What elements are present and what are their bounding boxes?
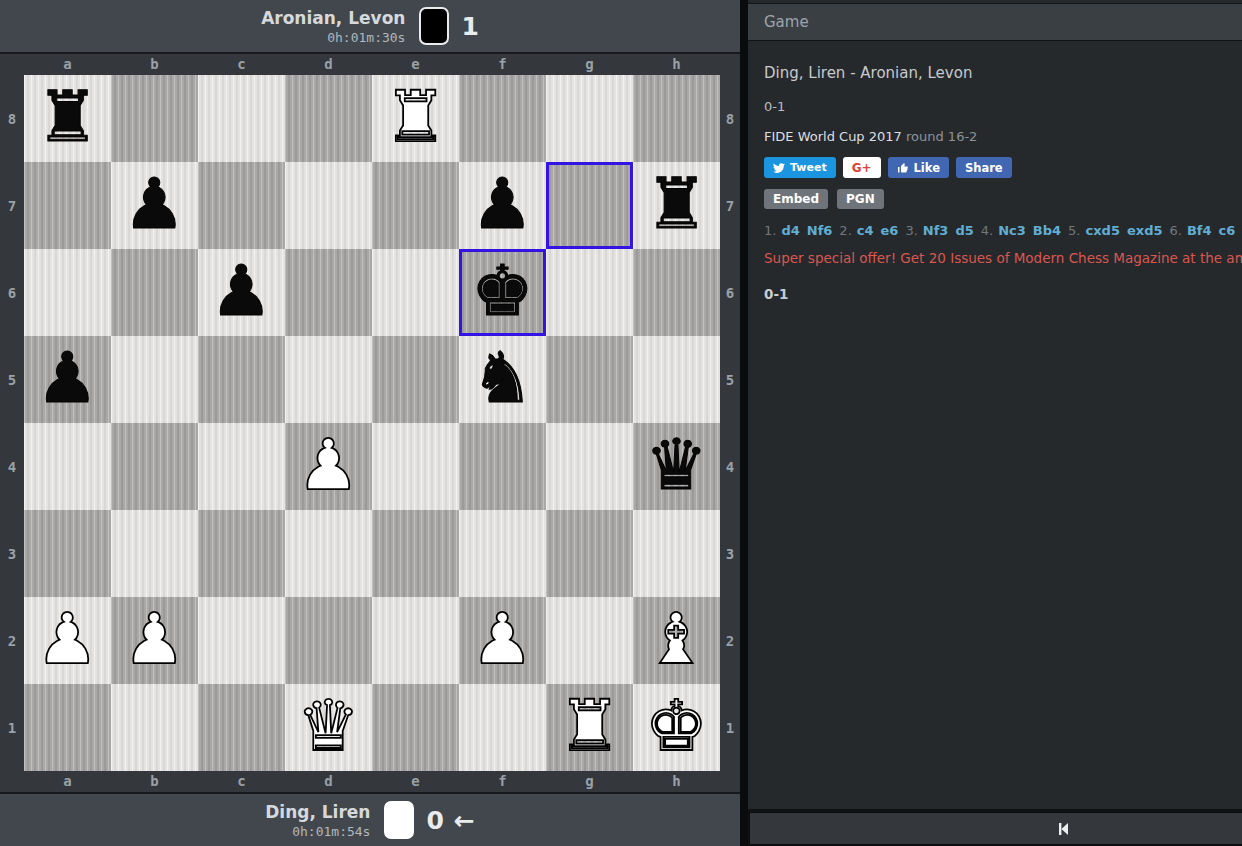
- bottom-player-name: Ding, Liren: [265, 802, 370, 822]
- file-label-d: d: [285, 54, 372, 75]
- square-g1[interactable]: ♜: [546, 684, 633, 771]
- move-number: 1.: [764, 223, 776, 238]
- white-color-indicator: [384, 801, 414, 839]
- file-label-f: f: [459, 54, 546, 75]
- square-c3[interactable]: [198, 510, 285, 597]
- square-c1[interactable]: [198, 684, 285, 771]
- action-buttons: Embed PGN: [764, 189, 1242, 209]
- share-button[interactable]: Share: [956, 157, 1012, 178]
- file-label-c: c: [198, 771, 285, 792]
- file-label-c: c: [198, 54, 285, 75]
- file-label-b: b: [111, 54, 198, 75]
- game-panel: Game Ding, Liren - Aronian, Levon 0-1 FI…: [748, 0, 1242, 846]
- square-d7[interactable]: [285, 162, 372, 249]
- white-king: ♚: [633, 684, 720, 768]
- square-a2[interactable]: ♟: [24, 597, 111, 684]
- move-token[interactable]: Nf6: [807, 223, 833, 238]
- rank-label-8: 8: [0, 75, 24, 162]
- bottom-player-info: Ding, Liren 0h:01m:54s: [265, 802, 370, 839]
- black-rook: ♜: [633, 162, 720, 246]
- square-a6[interactable]: [24, 249, 111, 336]
- black-rook: ♜: [24, 75, 111, 159]
- square-g2[interactable]: [546, 597, 633, 684]
- square-d5[interactable]: [285, 336, 372, 423]
- move-number: 4.: [981, 223, 993, 238]
- square-c2[interactable]: [198, 597, 285, 684]
- file-label-e: e: [372, 771, 459, 792]
- rank-labels-right: 87654321: [720, 75, 740, 771]
- square-f3[interactable]: [459, 510, 546, 597]
- rank-label-2: 2: [720, 597, 740, 684]
- rank-label-5: 5: [720, 336, 740, 423]
- facebook-like-button[interactable]: Like: [888, 157, 949, 178]
- rank-label-1: 1: [0, 684, 24, 771]
- event-line: FIDE World Cup 2017 round 16-2: [764, 129, 1242, 144]
- panel-body: Ding, Liren - Aronian, Levon 0-1 FIDE Wo…: [748, 41, 1242, 809]
- file-label-b: b: [111, 771, 198, 792]
- square-e7[interactable]: [372, 162, 459, 249]
- move-list: 1.d4Nf62.c4e63.Nf3d54.Nc3Bb45.cxd5exd56.…: [764, 221, 1242, 241]
- square-g7[interactable]: [546, 162, 633, 249]
- move-number: 5.: [1068, 223, 1080, 238]
- square-h8[interactable]: [633, 75, 720, 162]
- thumb-up-icon: [897, 162, 909, 174]
- file-label-a: a: [24, 771, 111, 792]
- square-e8[interactable]: ♜: [372, 75, 459, 162]
- black-pawn: ♟: [198, 249, 285, 333]
- tweet-button[interactable]: Tweet: [764, 157, 836, 178]
- file-label-h: h: [633, 54, 720, 75]
- panel-divider: [740, 0, 748, 846]
- square-b5[interactable]: [111, 336, 198, 423]
- black-color-indicator: [419, 7, 449, 45]
- square-g4[interactable]: [546, 423, 633, 510]
- square-b6[interactable]: [111, 249, 198, 336]
- square-a8[interactable]: ♜: [24, 75, 111, 162]
- white-rook: ♜: [372, 75, 459, 159]
- square-b2[interactable]: ♟: [111, 597, 198, 684]
- bottom-player-bar: Ding, Liren 0h:01m:54s 0 ←: [0, 792, 740, 846]
- square-h5[interactable]: [633, 336, 720, 423]
- square-h1[interactable]: ♚: [633, 684, 720, 771]
- file-label-h: h: [633, 771, 720, 792]
- square-b3[interactable]: [111, 510, 198, 597]
- square-b8[interactable]: [111, 75, 198, 162]
- move-token[interactable]: exd5: [1127, 223, 1163, 238]
- chess-app: Aronian, Levon 0h:01m:30s 1 abcdefgh 876…: [0, 0, 1242, 846]
- move-token[interactable]: c6: [1219, 223, 1236, 238]
- square-b4[interactable]: [111, 423, 198, 510]
- square-b1[interactable]: [111, 684, 198, 771]
- file-labels-top: abcdefgh: [0, 54, 740, 75]
- square-d6[interactable]: [285, 249, 372, 336]
- rank-label-8: 8: [720, 75, 740, 162]
- square-e2[interactable]: [372, 597, 459, 684]
- rank-label-1: 1: [720, 684, 740, 771]
- white-rook: ♜: [546, 684, 633, 768]
- square-d3[interactable]: [285, 510, 372, 597]
- move-token[interactable]: d5: [955, 223, 973, 238]
- move-number: 3.: [905, 223, 917, 238]
- black-king: ♚: [459, 249, 546, 333]
- board-middle: 87654321 ♜♜♟♟♜♟♚♟♞♟♛♟♟♟♝♛♜♚ 87654321: [0, 75, 740, 771]
- square-d8[interactable]: [285, 75, 372, 162]
- move-token[interactable]: Nc3: [998, 223, 1026, 238]
- board-column: Aronian, Levon 0h:01m:30s 1 abcdefgh 876…: [0, 0, 740, 846]
- top-player-info: Aronian, Levon 0h:01m:30s: [261, 8, 405, 45]
- move-token[interactable]: Nf3: [923, 223, 949, 238]
- black-pawn: ♟: [24, 336, 111, 420]
- move-token[interactable]: cxd5: [1085, 223, 1119, 238]
- square-a3[interactable]: [24, 510, 111, 597]
- file-labels-bottom: abcdefgh: [0, 771, 740, 792]
- square-d2[interactable]: [285, 597, 372, 684]
- square-e6[interactable]: [372, 249, 459, 336]
- square-e4[interactable]: [372, 423, 459, 510]
- rank-labels-left: 87654321: [0, 75, 24, 771]
- file-label-g: g: [546, 54, 633, 75]
- rank-label-3: 3: [0, 510, 24, 597]
- square-e1[interactable]: [372, 684, 459, 771]
- pgn-button[interactable]: PGN: [837, 189, 884, 209]
- file-label-g: g: [546, 771, 633, 792]
- square-c8[interactable]: [198, 75, 285, 162]
- move-number: 6.: [1170, 223, 1182, 238]
- rank-label-7: 7: [0, 162, 24, 249]
- game-result: 0-1: [764, 99, 1242, 114]
- square-f1[interactable]: [459, 684, 546, 771]
- rank-label-4: 4: [0, 423, 24, 510]
- skip-to-start-icon: [1055, 821, 1071, 837]
- event-round: round 16-2: [906, 129, 977, 144]
- event-name: FIDE World Cup 2017: [764, 129, 902, 144]
- square-c4[interactable]: [198, 423, 285, 510]
- final-result: 0-1: [764, 286, 1242, 302]
- square-g8[interactable]: [546, 75, 633, 162]
- square-f6[interactable]: ♚: [459, 249, 546, 336]
- rank-label-4: 4: [720, 423, 740, 510]
- embed-button[interactable]: Embed: [764, 189, 828, 209]
- rank-label-6: 6: [0, 249, 24, 336]
- square-c6[interactable]: ♟: [198, 249, 285, 336]
- square-b7[interactable]: ♟: [111, 162, 198, 249]
- rank-label-5: 5: [0, 336, 24, 423]
- go-to-start-button[interactable]: [749, 812, 1242, 845]
- white-bishop: ♝: [633, 597, 720, 681]
- move-token[interactable]: Bf4: [1187, 223, 1212, 238]
- square-h6[interactable]: [633, 249, 720, 336]
- bottom-player-score: 0: [426, 806, 443, 835]
- square-e5[interactable]: [372, 336, 459, 423]
- square-f2[interactable]: ♟: [459, 597, 546, 684]
- advertisement: Super special offer! Get 20 Issues of Mo…: [764, 248, 1242, 268]
- square-d1[interactable]: ♛: [285, 684, 372, 771]
- square-f8[interactable]: [459, 75, 546, 162]
- white-pawn: ♟: [459, 597, 546, 681]
- square-g6[interactable]: [546, 249, 633, 336]
- top-player-clock: 0h:01m:30s: [327, 30, 405, 45]
- white-pawn: ♟: [111, 597, 198, 681]
- twitter-bird-icon: [773, 162, 785, 174]
- file-label-e: e: [372, 54, 459, 75]
- file-label-a: a: [24, 54, 111, 75]
- social-buttons: Tweet G+ Like Share: [764, 157, 1242, 178]
- top-player-bar: Aronian, Levon 0h:01m:30s 1: [0, 0, 740, 54]
- game-title: Ding, Liren - Aronian, Levon: [764, 64, 1242, 82]
- square-f7[interactable]: ♟: [459, 162, 546, 249]
- black-queen: ♛: [633, 423, 720, 507]
- rank-label-2: 2: [0, 597, 24, 684]
- ad-text: Super special offer! Get 20 Issues of Mo…: [764, 250, 1242, 266]
- square-a7[interactable]: [24, 162, 111, 249]
- black-pawn: ♟: [111, 162, 198, 246]
- chess-board: ♜♜♟♟♜♟♚♟♞♟♛♟♟♟♝♛♜♚: [24, 75, 720, 771]
- move-token[interactable]: d4: [781, 223, 799, 238]
- like-label: Like: [914, 161, 940, 175]
- move-navigation: [748, 809, 1242, 846]
- square-c7[interactable]: [198, 162, 285, 249]
- white-queen: ♛: [285, 684, 372, 768]
- square-e3[interactable]: [372, 510, 459, 597]
- square-a5[interactable]: ♟: [24, 336, 111, 423]
- square-g3[interactable]: [546, 510, 633, 597]
- tweet-label: Tweet: [790, 161, 827, 174]
- google-plus-button[interactable]: G+: [843, 157, 881, 178]
- move-token[interactable]: c4: [857, 223, 874, 238]
- black-knight: ♞: [459, 336, 546, 420]
- square-d4[interactable]: ♟: [285, 423, 372, 510]
- move-number: 2.: [839, 223, 851, 238]
- rank-label-7: 7: [720, 162, 740, 249]
- square-g5[interactable]: [546, 336, 633, 423]
- square-h7[interactable]: ♜: [633, 162, 720, 249]
- square-h2[interactable]: ♝: [633, 597, 720, 684]
- white-pawn: ♟: [24, 597, 111, 681]
- square-a4[interactable]: [24, 423, 111, 510]
- turn-arrow-icon: ←: [454, 806, 475, 835]
- square-c5[interactable]: [198, 336, 285, 423]
- top-player-score: 1: [461, 12, 478, 41]
- black-pawn: ♟: [459, 162, 546, 246]
- file-label-d: d: [285, 771, 372, 792]
- top-player-name: Aronian, Levon: [261, 8, 405, 28]
- move-token[interactable]: Bb4: [1033, 223, 1061, 238]
- square-f4[interactable]: [459, 423, 546, 510]
- square-f5[interactable]: ♞: [459, 336, 546, 423]
- move-token[interactable]: e6: [881, 223, 899, 238]
- rank-label-6: 6: [720, 249, 740, 336]
- white-pawn: ♟: [285, 423, 372, 507]
- square-h4[interactable]: ♛: [633, 423, 720, 510]
- file-label-f: f: [459, 771, 546, 792]
- rank-label-3: 3: [720, 510, 740, 597]
- square-h3[interactable]: [633, 510, 720, 597]
- square-a1[interactable]: [24, 684, 111, 771]
- panel-header-label: Game: [764, 13, 809, 31]
- panel-header: Game: [748, 3, 1242, 41]
- bottom-player-clock: 0h:01m:54s: [292, 824, 370, 839]
